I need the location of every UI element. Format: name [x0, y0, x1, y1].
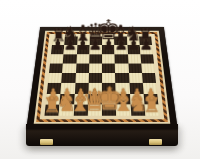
piece-black-pawn: ♟	[76, 38, 90, 53]
square-c7: ♟	[77, 45, 90, 54]
square-d2: ♟	[88, 94, 102, 105]
square-b7: ♟	[64, 45, 77, 54]
square-e1: ♚	[102, 104, 116, 115]
square-b3	[61, 83, 75, 93]
square-e4	[102, 73, 116, 83]
piece-black-pawn: ♟	[51, 38, 65, 53]
square-h7: ♟	[140, 45, 153, 54]
piece-white-pawn: ♟	[59, 87, 74, 104]
square-c2: ♟	[74, 94, 88, 105]
square-c8: ♝	[77, 36, 90, 45]
piece-black-pawn: ♟	[63, 38, 77, 53]
square-e8: ♚	[102, 36, 115, 45]
square-a3	[47, 83, 62, 93]
brass-hinge-left	[40, 139, 53, 145]
maple-inner-band: ♜♞♝♛♚♝♞♜♟♟♟♟♟♟♟♟♟♟♟♟♟♟♟♟♜♞♝♛♚♝♞♜	[40, 34, 165, 119]
square-b6	[63, 54, 76, 63]
piece-white-pawn: ♟	[73, 87, 88, 104]
square-b4	[61, 73, 75, 83]
piece-white-pawn: ♟	[45, 87, 60, 104]
square-g2: ♟	[130, 94, 145, 105]
square-e3	[102, 83, 116, 93]
square-c6	[76, 54, 89, 63]
square-g4	[129, 73, 143, 83]
square-g7: ♟	[127, 45, 140, 54]
board-grid: ♜♞♝♛♚♝♞♜♟♟♟♟♟♟♟♟♟♟♟♟♟♟♟♟♜♞♝♛♚♝♞♜	[44, 36, 159, 115]
square-h6	[140, 54, 154, 63]
square-a2: ♟	[46, 94, 61, 105]
square-h5	[141, 63, 155, 73]
piece-black-pawn: ♟	[140, 38, 154, 53]
square-h4	[142, 73, 156, 83]
square-d8: ♛	[89, 36, 102, 45]
square-h8: ♜	[139, 36, 152, 45]
piece-black-pawn: ♟	[114, 38, 128, 53]
square-a6	[50, 54, 64, 63]
square-c3	[74, 83, 88, 93]
square-f3	[116, 83, 130, 93]
square-f1: ♝	[116, 104, 131, 115]
piece-white-pawn: ♟	[101, 87, 116, 104]
square-a1: ♜	[44, 104, 59, 115]
square-e5	[102, 63, 115, 73]
square-f7: ♟	[115, 45, 128, 54]
square-d4	[88, 73, 102, 83]
square-d6	[89, 54, 102, 63]
square-c5	[76, 63, 90, 73]
square-e7: ♟	[102, 45, 115, 54]
piece-white-pawn: ♟	[115, 87, 130, 104]
square-g5	[128, 63, 142, 73]
square-e6	[102, 54, 115, 63]
piece-black-rook: ♜	[138, 27, 154, 45]
square-d5	[89, 63, 102, 73]
square-h3	[143, 83, 158, 93]
piece-black-pawn: ♟	[89, 38, 103, 53]
chess-board: ♜♞♝♛♚♝♞♜♟♟♟♟♟♟♟♟♟♟♟♟♟♟♟♟♜♞♝♛♚♝♞♜	[26, 27, 177, 129]
square-f4	[115, 73, 129, 83]
square-f6	[115, 54, 128, 63]
square-c4	[75, 73, 89, 83]
square-d1: ♛	[88, 104, 102, 115]
square-a4	[48, 73, 62, 83]
square-d3	[88, 83, 102, 93]
piece-white-pawn: ♟	[144, 87, 159, 104]
square-h1: ♜	[144, 104, 159, 115]
mosaic-inlay-border: ♜♞♝♛♚♝♞♜♟♟♟♟♟♟♟♟♟♟♟♟♟♟♟♟♜♞♝♛♚♝♞♜	[36, 32, 168, 122]
piece-black-knight: ♞	[124, 25, 142, 45]
square-b1: ♞	[59, 104, 74, 115]
piece-white-pawn: ♟	[130, 87, 145, 104]
square-a7: ♟	[51, 45, 64, 54]
square-a8: ♜	[52, 36, 65, 45]
square-a5	[49, 63, 63, 73]
square-g1: ♞	[130, 104, 145, 115]
square-e2: ♟	[102, 94, 116, 105]
maple-border-band: ♜♞♝♛♚♝♞♜♟♟♟♟♟♟♟♟♟♟♟♟♟♟♟♟♜♞♝♛♚♝♞♜	[34, 31, 171, 124]
square-d7: ♟	[89, 45, 102, 54]
board-outer-frame: ♜♞♝♛♚♝♞♜♟♟♟♟♟♟♟♟♟♟♟♟♟♟♟♟♜♞♝♛♚♝♞♜	[26, 27, 177, 129]
piece-black-knight: ♞	[62, 25, 80, 45]
brass-hinge-right	[149, 139, 162, 145]
square-c1: ♝	[73, 104, 88, 115]
chess-set-product-photo: ♜♞♝♛♚♝♞♜♟♟♟♟♟♟♟♟♟♟♟♟♟♟♟♟♜♞♝♛♚♝♞♜	[0, 0, 200, 159]
square-h2: ♟	[143, 94, 158, 105]
square-g3	[129, 83, 143, 93]
square-g8: ♞	[127, 36, 140, 45]
square-b2: ♟	[60, 94, 75, 105]
square-f8: ♝	[114, 36, 127, 45]
square-b8: ♞	[64, 36, 77, 45]
square-f2: ♟	[116, 94, 130, 105]
square-b5	[62, 63, 76, 73]
square-g6	[127, 54, 140, 63]
piece-black-pawn: ♟	[101, 38, 115, 53]
piece-white-pawn: ♟	[87, 87, 102, 104]
square-f5	[115, 63, 129, 73]
